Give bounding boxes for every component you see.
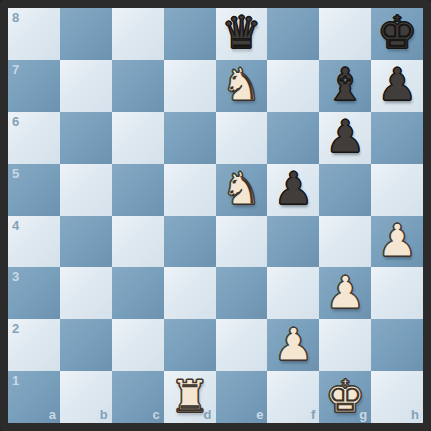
square-a5[interactable]: 5 <box>8 164 60 216</box>
square-f2[interactable]: ♟ <box>267 319 319 371</box>
square-g2[interactable] <box>319 319 371 371</box>
square-a4[interactable]: 4 <box>8 216 60 268</box>
square-f3[interactable] <box>267 267 319 319</box>
square-f5[interactable]: ♟ <box>267 164 319 216</box>
square-f1[interactable]: f <box>267 371 319 423</box>
square-a1[interactable]: 1a <box>8 371 60 423</box>
square-b6[interactable] <box>60 112 112 164</box>
square-d5[interactable] <box>164 164 216 216</box>
rank-label-7: 7 <box>12 63 19 76</box>
rank-label-6: 6 <box>12 115 19 128</box>
black-pawn-icon[interactable]: ♟ <box>377 62 417 107</box>
square-h3[interactable] <box>371 267 423 319</box>
square-e6[interactable] <box>216 112 268 164</box>
file-label-a: a <box>49 408 56 421</box>
white-pawn-icon[interactable]: ♟ <box>377 218 417 263</box>
square-g3[interactable]: ♟ <box>319 267 371 319</box>
square-e8[interactable]: ♛ <box>216 8 268 60</box>
black-bishop-icon[interactable]: ♝ <box>325 62 365 107</box>
square-a6[interactable]: 6 <box>8 112 60 164</box>
square-h4[interactable]: ♟ <box>371 216 423 268</box>
square-c6[interactable] <box>112 112 164 164</box>
square-b3[interactable] <box>60 267 112 319</box>
square-g6[interactable]: ♟ <box>319 112 371 164</box>
file-label-f: f <box>311 408 315 421</box>
black-king-icon[interactable]: ♚ <box>377 10 417 55</box>
square-h1[interactable]: h <box>371 371 423 423</box>
square-a2[interactable]: 2 <box>8 319 60 371</box>
rank-label-8: 8 <box>12 11 19 24</box>
square-h7[interactable]: ♟ <box>371 60 423 112</box>
square-c4[interactable] <box>112 216 164 268</box>
square-a8[interactable]: 8 <box>8 8 60 60</box>
chess-board[interactable]: 8♛♚7♞♝♟6♟5♞♟4♟3♟2♟1abcd♜efg♚h <box>8 8 423 423</box>
square-e7[interactable]: ♞ <box>216 60 268 112</box>
square-f6[interactable] <box>267 112 319 164</box>
square-d7[interactable] <box>164 60 216 112</box>
file-label-e: e <box>256 408 263 421</box>
square-g4[interactable] <box>319 216 371 268</box>
square-e1[interactable]: e <box>216 371 268 423</box>
black-pawn-icon[interactable]: ♟ <box>273 166 313 211</box>
white-pawn-icon[interactable]: ♟ <box>325 270 365 315</box>
rank-label-1: 1 <box>12 374 19 387</box>
white-knight-icon[interactable]: ♞ <box>221 62 261 107</box>
square-h8[interactable]: ♚ <box>371 8 423 60</box>
square-f7[interactable] <box>267 60 319 112</box>
square-f8[interactable] <box>267 8 319 60</box>
square-b5[interactable] <box>60 164 112 216</box>
white-rook-icon[interactable]: ♜ <box>169 374 209 419</box>
rank-label-3: 3 <box>12 270 19 283</box>
square-e3[interactable] <box>216 267 268 319</box>
square-h2[interactable] <box>371 319 423 371</box>
white-pawn-icon[interactable]: ♟ <box>273 322 313 367</box>
file-label-c: c <box>152 408 159 421</box>
square-h5[interactable] <box>371 164 423 216</box>
square-c2[interactable] <box>112 319 164 371</box>
square-e4[interactable] <box>216 216 268 268</box>
square-c3[interactable] <box>112 267 164 319</box>
square-g8[interactable] <box>319 8 371 60</box>
square-c5[interactable] <box>112 164 164 216</box>
rank-label-5: 5 <box>12 167 19 180</box>
square-g7[interactable]: ♝ <box>319 60 371 112</box>
square-b4[interactable] <box>60 216 112 268</box>
square-d3[interactable] <box>164 267 216 319</box>
square-e2[interactable] <box>216 319 268 371</box>
square-a3[interactable]: 3 <box>8 267 60 319</box>
square-b8[interactable] <box>60 8 112 60</box>
white-king-icon[interactable]: ♚ <box>325 374 365 419</box>
square-e5[interactable]: ♞ <box>216 164 268 216</box>
chess-board-frame: 8♛♚7♞♝♟6♟5♞♟4♟3♟2♟1abcd♜efg♚h <box>0 0 431 431</box>
file-label-h: h <box>411 408 419 421</box>
black-pawn-icon[interactable]: ♟ <box>325 114 365 159</box>
square-g1[interactable]: g♚ <box>319 371 371 423</box>
black-queen-icon[interactable]: ♛ <box>221 10 261 55</box>
square-h6[interactable] <box>371 112 423 164</box>
square-c1[interactable]: c <box>112 371 164 423</box>
square-c7[interactable] <box>112 60 164 112</box>
square-f4[interactable] <box>267 216 319 268</box>
square-b7[interactable] <box>60 60 112 112</box>
square-d6[interactable] <box>164 112 216 164</box>
rank-label-2: 2 <box>12 322 19 335</box>
square-b1[interactable]: b <box>60 371 112 423</box>
square-d4[interactable] <box>164 216 216 268</box>
square-d1[interactable]: d♜ <box>164 371 216 423</box>
square-b2[interactable] <box>60 319 112 371</box>
square-c8[interactable] <box>112 8 164 60</box>
square-d2[interactable] <box>164 319 216 371</box>
square-d8[interactable] <box>164 8 216 60</box>
square-g5[interactable] <box>319 164 371 216</box>
rank-label-4: 4 <box>12 219 19 232</box>
white-knight-icon[interactable]: ♞ <box>221 166 261 211</box>
square-a7[interactable]: 7 <box>8 60 60 112</box>
file-label-b: b <box>100 408 108 421</box>
